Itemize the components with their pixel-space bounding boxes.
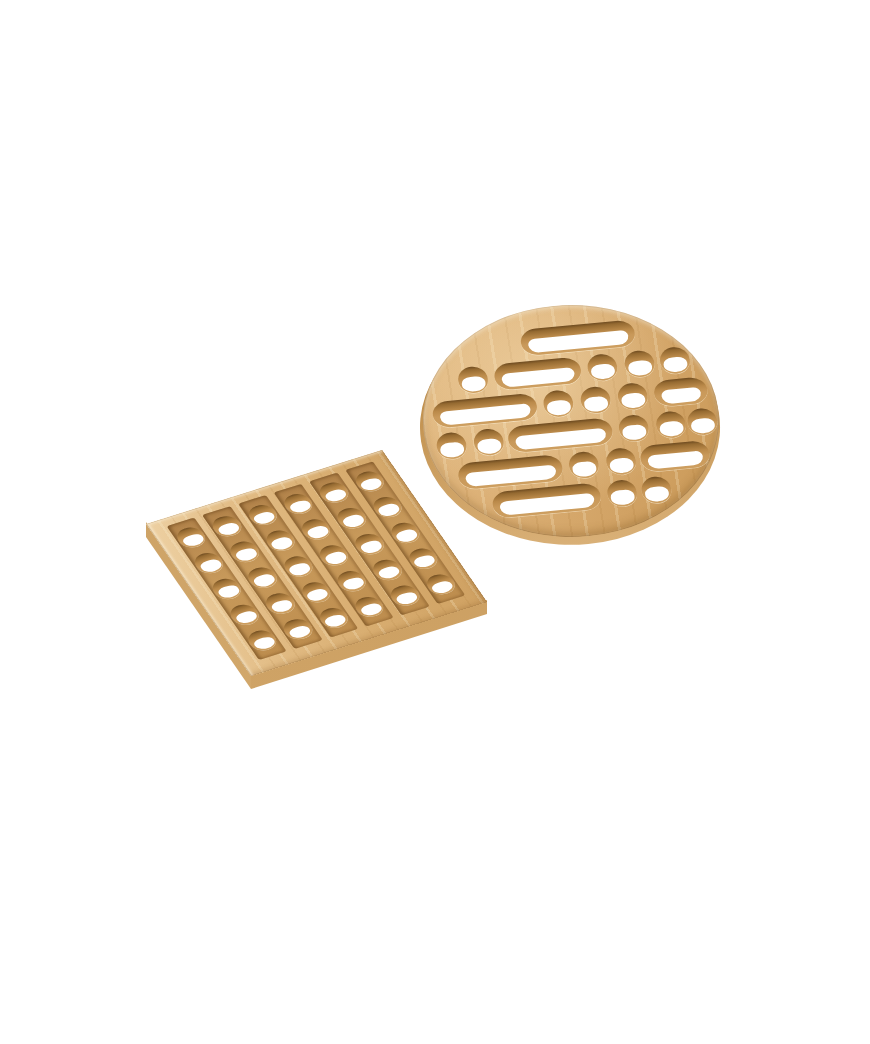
round-trivet-hole	[616, 382, 649, 411]
round-trivet-slot	[493, 356, 583, 390]
square-trivet-grid	[167, 461, 466, 660]
square-trivet-hole	[280, 553, 317, 579]
square-trivet-hole	[244, 627, 281, 653]
round-trivet-hole	[435, 431, 468, 460]
square-trivet-hole	[298, 517, 335, 543]
round-trivet-slot	[652, 376, 709, 407]
round-trivet-slot	[456, 454, 564, 490]
square-trivet-hole	[387, 583, 424, 609]
square-trivet-hole	[404, 546, 441, 572]
square-trivet-hole	[387, 520, 424, 546]
square-trivet-side-front	[0, 0, 870, 1044]
square-trivet-hole	[208, 576, 245, 602]
square-trivet-hole	[173, 524, 210, 550]
round-trivet-hole	[658, 346, 691, 375]
square-trivet-hole	[244, 502, 281, 528]
round-trivet-openings	[406, 292, 700, 320]
square-trivet-hole	[351, 468, 388, 494]
round-trivet-hole	[654, 410, 687, 439]
square-trivet-hole	[280, 491, 317, 517]
round-trivet-hole	[456, 365, 489, 394]
round-trivet-slot	[491, 482, 603, 518]
square-trivet-hole	[262, 590, 299, 616]
round-trivet-hole	[604, 447, 637, 476]
round-trivet-hole	[472, 428, 505, 457]
round-trivet-hole	[686, 407, 719, 436]
square-trivet-hole	[208, 513, 245, 539]
round-trivet-slot	[519, 319, 637, 356]
square-trivet-hole	[191, 550, 228, 576]
round-trivet-hole	[567, 450, 600, 479]
square-trivet-hole	[315, 542, 352, 568]
square-trivet-hole	[244, 565, 281, 591]
round-trivet-hole	[542, 389, 575, 418]
square-trivet-hole	[315, 605, 352, 631]
round-trivet	[406, 292, 736, 550]
square-trivet-hole	[369, 494, 406, 520]
round-trivet-slot	[431, 393, 539, 429]
square-trivet-hole	[297, 579, 334, 605]
square-trivet-hole	[351, 594, 388, 620]
square-trivet-hole	[351, 531, 388, 557]
round-trivet-slot	[639, 440, 712, 473]
product-photo	[0, 0, 870, 1044]
round-trivet-hole	[605, 479, 638, 508]
round-trivet-hole	[640, 475, 673, 504]
square-trivet-hole	[262, 528, 299, 554]
square-trivet-hole	[422, 571, 459, 597]
square-trivet-side-left	[0, 0, 870, 1044]
square-trivet-hole	[280, 616, 317, 642]
round-trivet-slot	[506, 417, 614, 453]
square-trivet-hole	[315, 480, 352, 506]
round-trivet-hole	[617, 414, 650, 443]
square-trivet-hole	[333, 568, 370, 594]
round-trivet-surface	[406, 292, 736, 550]
round-trivet-hole	[623, 349, 656, 378]
square-trivet-hole	[369, 557, 406, 583]
square-trivet-hole	[226, 602, 263, 628]
square-trivet-hole	[333, 505, 370, 531]
round-trivet-hole	[579, 385, 612, 414]
round-trivet-hole	[586, 353, 619, 382]
square-trivet-hole	[226, 539, 263, 565]
